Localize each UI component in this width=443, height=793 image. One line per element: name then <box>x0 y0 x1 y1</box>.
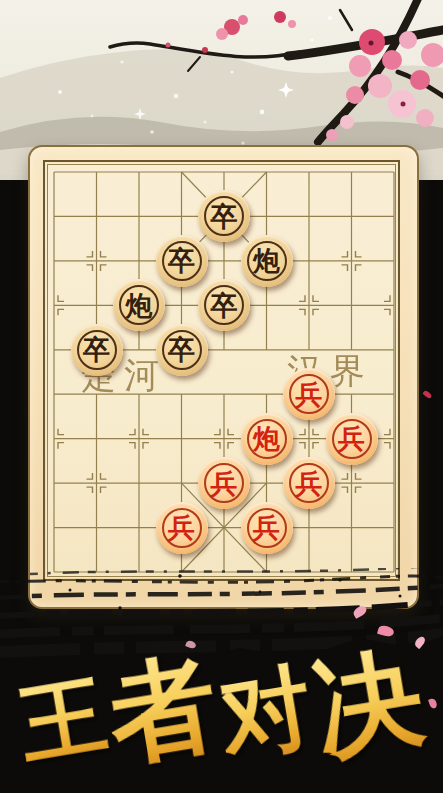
petal <box>422 390 432 400</box>
piece-red-5-8[interactable]: 兵 <box>241 502 293 554</box>
banner-title: 王 者 对 决 <box>0 630 443 793</box>
banner-char-3: 对 <box>210 644 321 781</box>
piece-glyph: 卒 <box>71 324 123 376</box>
piece-glyph: 兵 <box>156 502 208 554</box>
piece-red-3-8[interactable]: 兵 <box>156 502 208 554</box>
banner-char-1: 王 <box>11 656 115 786</box>
sparkles <box>58 16 332 145</box>
piece-black-1-4[interactable]: 卒 <box>71 324 123 376</box>
piece-glyph: 兵 <box>241 502 293 554</box>
banner-char-2: 者 <box>98 630 229 792</box>
piece-black-3-4[interactable]: 卒 <box>156 324 208 376</box>
game-screen: 楚河 汉界 卒卒炮炮卒卒卒兵炮兵兵兵兵兵 王 者 对 决 <box>0 0 443 793</box>
banner-char-4: 决 <box>304 624 435 786</box>
piece-glyph: 卒 <box>156 324 208 376</box>
board-field: 楚河 汉界 卒卒炮炮卒卒卒兵炮兵兵兵兵兵 <box>46 163 397 578</box>
xiangqi-board[interactable]: 楚河 汉界 卒卒炮炮卒卒卒兵炮兵兵兵兵兵 <box>28 145 419 609</box>
blossom-cluster-mid <box>166 11 297 53</box>
